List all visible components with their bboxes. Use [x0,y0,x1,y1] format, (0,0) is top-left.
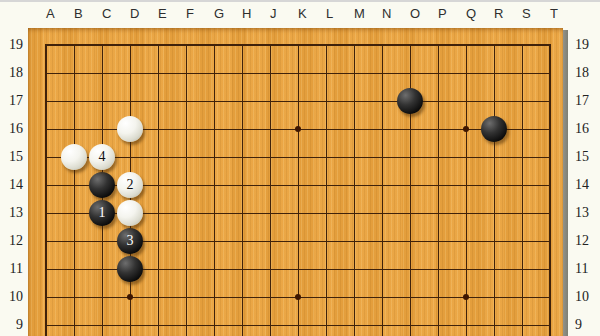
row-label: 19 [9,37,23,53]
board-right-shadow [563,30,568,336]
black-stone [481,116,507,142]
grid-line-horizontal [46,325,550,326]
row-label: 12 [9,233,23,249]
move-number: 3 [117,228,143,254]
black-stone [117,256,143,282]
row-label: 11 [575,261,588,277]
row-label: 14 [9,177,23,193]
row-labels-left: 191817161514131211109 [0,0,26,336]
row-label: 17 [575,93,589,109]
grid-line-horizontal [46,157,550,158]
grid-line-vertical [214,44,215,336]
go-board[interactable]: 1342 [28,28,563,336]
row-label: 13 [575,205,589,221]
row-label: 9 [575,317,582,333]
grid-line-vertical [270,44,271,336]
star-point [463,294,469,300]
star-point [295,294,301,300]
grid-line-vertical [354,44,355,336]
row-label: 13 [9,205,23,221]
black-stone [89,172,115,198]
row-label: 10 [575,289,589,305]
row-label: 10 [9,289,23,305]
grid-line-vertical [326,44,327,336]
grid-line-vertical [298,44,299,336]
black-stone: 1 [89,200,115,226]
star-point [295,126,301,132]
move-number: 4 [89,144,115,170]
grid-line-horizontal [46,101,550,102]
row-label: 18 [9,65,23,81]
grid-line-vertical [438,44,439,336]
grid-line-vertical [494,44,495,336]
white-stone [117,200,143,226]
black-stone [397,88,423,114]
move-number: 2 [117,172,143,198]
white-stone [117,116,143,142]
row-label: 12 [575,233,589,249]
grid-line-vertical [242,44,243,336]
star-point [127,294,133,300]
white-stone: 2 [117,172,143,198]
row-labels-right: 191817161514131211109 [572,0,598,336]
grid-line-vertical [186,44,187,336]
white-stone [61,144,87,170]
grid-line-vertical [522,44,523,336]
row-label: 17 [9,93,23,109]
grid-line-vertical [466,44,467,336]
row-label: 16 [9,121,23,137]
row-label: 11 [10,261,23,277]
star-point [463,126,469,132]
row-label: 15 [575,149,589,165]
grid-line-vertical [74,44,75,336]
black-stone: 3 [117,228,143,254]
row-label: 9 [16,317,23,333]
row-label: 19 [575,37,589,53]
row-label: 18 [575,65,589,81]
move-number: 1 [89,200,115,226]
grid-line-vertical [382,44,383,336]
column-labels: ABCDEFGHJKLMNOPQRST [0,0,600,28]
grid-line-vertical [158,44,159,336]
grid-line-horizontal [46,73,550,74]
row-label: 15 [9,149,23,165]
row-label: 14 [575,177,589,193]
white-stone: 4 [89,144,115,170]
row-label: 16 [575,121,589,137]
